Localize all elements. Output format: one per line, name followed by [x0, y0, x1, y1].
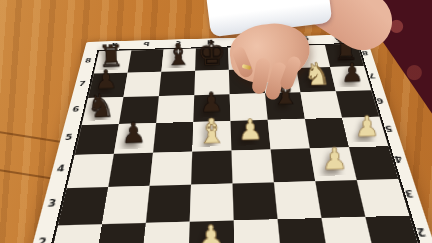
- square-d4[interactable]: [191, 151, 232, 185]
- square-c7[interactable]: [159, 71, 195, 96]
- square-c8[interactable]: ♝: [161, 49, 196, 72]
- square-c4[interactable]: [150, 152, 193, 186]
- square-b3[interactable]: [102, 186, 150, 224]
- piece-black-b-c8[interactable]: ♝: [161, 37, 196, 73]
- square-a5[interactable]: [75, 124, 119, 155]
- piece-white-p-g4[interactable]: ♟: [314, 137, 356, 181]
- square-b4[interactable]: [108, 153, 153, 187]
- piece-white-b-d5[interactable]: ♝: [191, 110, 231, 151]
- square-a3[interactable]: [58, 187, 108, 225]
- square-h3[interactable]: [357, 179, 410, 217]
- square-f2[interactable]: [278, 218, 329, 243]
- square-c2[interactable]: [142, 222, 190, 243]
- square-f5[interactable]: [268, 119, 310, 150]
- square-h7[interactable]: ♟: [330, 66, 371, 91]
- rank-label-left-2: 2: [31, 236, 53, 243]
- square-f3[interactable]: [274, 181, 322, 219]
- file-label-top-b: b: [139, 41, 153, 47]
- square-e5[interactable]: ♟: [231, 120, 271, 151]
- square-e2[interactable]: [234, 219, 282, 243]
- square-a2[interactable]: [48, 224, 102, 243]
- piece-white-p-d2[interactable]: ♟: [187, 214, 235, 243]
- board-squares: ♜♝♚♜♟♞♟♞♟♝♟♝♟♟♟♟♜♛♚: [33, 43, 432, 243]
- square-d5[interactable]: ♝: [192, 121, 231, 152]
- piece-black-p-b5[interactable]: ♟: [113, 113, 153, 154]
- square-b5[interactable]: ♟: [114, 123, 156, 154]
- square-c5[interactable]: [153, 122, 193, 153]
- square-b2[interactable]: [95, 223, 146, 243]
- square-c3[interactable]: [146, 185, 191, 223]
- square-e3[interactable]: [233, 182, 278, 220]
- square-f4[interactable]: [271, 148, 316, 182]
- square-c6[interactable]: [156, 95, 194, 123]
- square-h4[interactable]: [349, 146, 398, 180]
- chess-photo-scene: ♜♝♚♜♟♞♟♞♟♝♟♝♟♟♟♟♜♛♚ aabbccddeeffgghh8877…: [0, 0, 432, 243]
- square-d8[interactable]: ♚: [195, 48, 229, 71]
- square-d2[interactable]: ♟: [188, 220, 235, 243]
- square-b8[interactable]: [128, 50, 164, 73]
- piece-black-p-h7[interactable]: ♟: [334, 54, 370, 92]
- piece-black-k-d8[interactable]: ♚: [194, 36, 229, 72]
- square-h2[interactable]: [365, 216, 421, 243]
- piece-white-p-e5[interactable]: ♟: [230, 109, 270, 150]
- rank-label-left-5: 5: [60, 133, 78, 142]
- square-g4[interactable]: ♟: [310, 147, 357, 181]
- square-e4[interactable]: [231, 149, 273, 183]
- square-b7[interactable]: [123, 72, 161, 97]
- square-a4[interactable]: [67, 154, 114, 188]
